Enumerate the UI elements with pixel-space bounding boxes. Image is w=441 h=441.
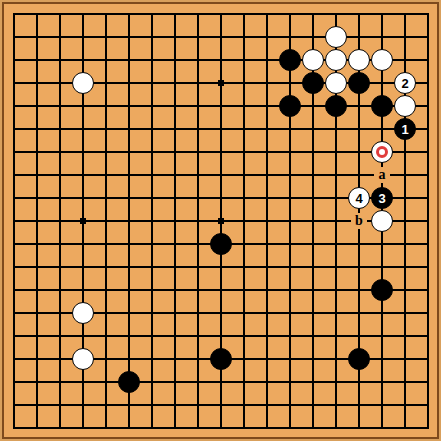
board-surface: 2143ab	[2, 2, 439, 439]
black-stone	[348, 348, 370, 370]
black-stone	[279, 95, 301, 117]
circle-marker-icon	[376, 146, 388, 158]
white-stone	[72, 302, 94, 324]
black-stone	[118, 371, 140, 393]
white-stone	[302, 49, 324, 71]
board-letter-a: a	[374, 167, 390, 183]
white-stone	[325, 26, 347, 48]
white-stone	[325, 72, 347, 94]
black-stone	[210, 233, 232, 255]
white-stone	[325, 49, 347, 71]
star-point	[218, 80, 224, 86]
black-stone: 3	[371, 187, 393, 209]
white-stone: 2	[394, 72, 416, 94]
move-number-1: 1	[401, 123, 408, 136]
black-stone	[210, 348, 232, 370]
black-stone	[371, 95, 393, 117]
black-stone	[371, 279, 393, 301]
white-stone	[371, 210, 393, 232]
white-stone	[72, 72, 94, 94]
black-stone	[325, 95, 347, 117]
black-stone	[348, 72, 370, 94]
star-point	[218, 218, 224, 224]
black-stone	[302, 72, 324, 94]
move-number-4: 4	[355, 192, 362, 205]
move-number-2: 2	[401, 77, 408, 90]
star-point	[80, 218, 86, 224]
black-stone	[279, 49, 301, 71]
move-number-3: 3	[378, 192, 385, 205]
white-stone	[348, 49, 370, 71]
white-stone	[72, 348, 94, 370]
board-grid: 2143ab	[13, 13, 429, 429]
white-stone	[371, 141, 393, 163]
board-letter-b: b	[351, 213, 367, 229]
white-stone	[394, 95, 416, 117]
white-stone: 4	[348, 187, 370, 209]
black-stone: 1	[394, 118, 416, 140]
white-stone	[371, 49, 393, 71]
go-board-diagram: 2143ab	[0, 0, 441, 441]
